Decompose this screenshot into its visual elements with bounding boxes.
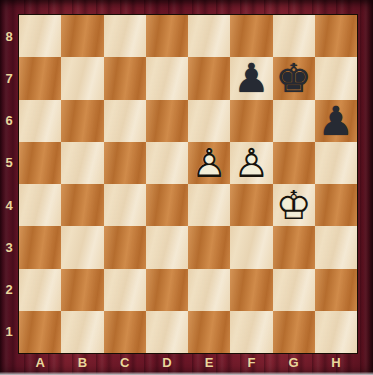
square-g8[interactable] xyxy=(273,15,315,57)
rank-label-7: 7 xyxy=(0,57,18,99)
rank-label-4: 4 xyxy=(0,184,18,226)
square-f6[interactable] xyxy=(230,100,272,142)
file-label-g: G xyxy=(273,352,315,372)
square-a1[interactable] xyxy=(19,311,61,353)
square-c8[interactable] xyxy=(104,15,146,57)
rank-label-5: 5 xyxy=(0,142,18,184)
file-label-a: A xyxy=(19,352,61,372)
square-c4[interactable] xyxy=(104,184,146,226)
square-b6[interactable] xyxy=(61,100,103,142)
square-b5[interactable] xyxy=(61,142,103,184)
square-c7[interactable] xyxy=(104,57,146,99)
square-a7[interactable] xyxy=(19,57,61,99)
square-c1[interactable] xyxy=(104,311,146,353)
square-d5[interactable] xyxy=(146,142,188,184)
square-g1[interactable] xyxy=(273,311,315,353)
square-c6[interactable] xyxy=(104,100,146,142)
square-e1[interactable] xyxy=(188,311,230,353)
black-pawn-h6[interactable]: ♟ xyxy=(315,100,357,142)
square-f2[interactable] xyxy=(230,269,272,311)
square-g2[interactable] xyxy=(273,269,315,311)
square-e7[interactable] xyxy=(188,57,230,99)
square-f4[interactable] xyxy=(230,184,272,226)
square-g4[interactable]: ♚♔ xyxy=(273,184,315,226)
square-e6[interactable] xyxy=(188,100,230,142)
square-d3[interactable] xyxy=(146,226,188,268)
white-king-g4-outline: ♔ xyxy=(273,184,315,226)
square-b8[interactable] xyxy=(61,15,103,57)
square-e8[interactable] xyxy=(188,15,230,57)
square-f1[interactable] xyxy=(230,311,272,353)
file-label-d: D xyxy=(146,352,188,372)
square-a4[interactable] xyxy=(19,184,61,226)
file-label-b: B xyxy=(61,352,103,372)
square-h5[interactable] xyxy=(315,142,357,184)
square-b3[interactable] xyxy=(61,226,103,268)
chessboard-frame: ♟♚♟♟♙♟♙♚♔ 87654321 ABCDEFGH xyxy=(0,0,373,375)
square-e3[interactable] xyxy=(188,226,230,268)
square-d2[interactable] xyxy=(146,269,188,311)
square-a6[interactable] xyxy=(19,100,61,142)
square-h4[interactable] xyxy=(315,184,357,226)
black-king-g7[interactable]: ♚ xyxy=(273,57,315,99)
square-b7[interactable] xyxy=(61,57,103,99)
square-d7[interactable] xyxy=(146,57,188,99)
square-b2[interactable] xyxy=(61,269,103,311)
file-label-f: F xyxy=(230,352,272,372)
square-g7[interactable]: ♚ xyxy=(273,57,315,99)
square-h1[interactable] xyxy=(315,311,357,353)
square-c2[interactable] xyxy=(104,269,146,311)
rank-label-2: 2 xyxy=(0,269,18,311)
square-f5[interactable]: ♟♙ xyxy=(230,142,272,184)
square-a2[interactable] xyxy=(19,269,61,311)
square-h8[interactable] xyxy=(315,15,357,57)
black-pawn-f7[interactable]: ♟ xyxy=(230,57,272,99)
square-f8[interactable] xyxy=(230,15,272,57)
square-c3[interactable] xyxy=(104,226,146,268)
square-a5[interactable] xyxy=(19,142,61,184)
file-label-e: E xyxy=(188,352,230,372)
square-h3[interactable] xyxy=(315,226,357,268)
file-label-h: H xyxy=(315,352,357,372)
square-c5[interactable] xyxy=(104,142,146,184)
rank-label-1: 1 xyxy=(0,311,18,353)
white-king-g4[interactable]: ♚♔ xyxy=(273,184,315,226)
square-d1[interactable] xyxy=(146,311,188,353)
rank-label-8: 8 xyxy=(0,15,18,57)
square-h7[interactable] xyxy=(315,57,357,99)
rank-label-3: 3 xyxy=(0,226,18,268)
square-f7[interactable]: ♟ xyxy=(230,57,272,99)
square-g3[interactable] xyxy=(273,226,315,268)
white-pawn-e5-outline: ♙ xyxy=(188,142,230,184)
square-h2[interactable] xyxy=(315,269,357,311)
rank-label-6: 6 xyxy=(0,100,18,142)
square-d4[interactable] xyxy=(146,184,188,226)
square-d6[interactable] xyxy=(146,100,188,142)
square-b4[interactable] xyxy=(61,184,103,226)
square-f3[interactable] xyxy=(230,226,272,268)
file-labels: ABCDEFGH xyxy=(19,352,357,372)
square-e2[interactable] xyxy=(188,269,230,311)
square-e5[interactable]: ♟♙ xyxy=(188,142,230,184)
square-a3[interactable] xyxy=(19,226,61,268)
rank-labels: 87654321 xyxy=(0,15,18,353)
file-label-c: C xyxy=(104,352,146,372)
white-pawn-f5[interactable]: ♟♙ xyxy=(230,142,272,184)
square-h6[interactable]: ♟ xyxy=(315,100,357,142)
square-g5[interactable] xyxy=(273,142,315,184)
square-b1[interactable] xyxy=(61,311,103,353)
square-e4[interactable] xyxy=(188,184,230,226)
square-g6[interactable] xyxy=(273,100,315,142)
board: ♟♚♟♟♙♟♙♚♔ xyxy=(18,14,358,354)
white-pawn-f5-outline: ♙ xyxy=(230,142,272,184)
square-a8[interactable] xyxy=(19,15,61,57)
square-d8[interactable] xyxy=(146,15,188,57)
white-pawn-e5[interactable]: ♟♙ xyxy=(188,142,230,184)
